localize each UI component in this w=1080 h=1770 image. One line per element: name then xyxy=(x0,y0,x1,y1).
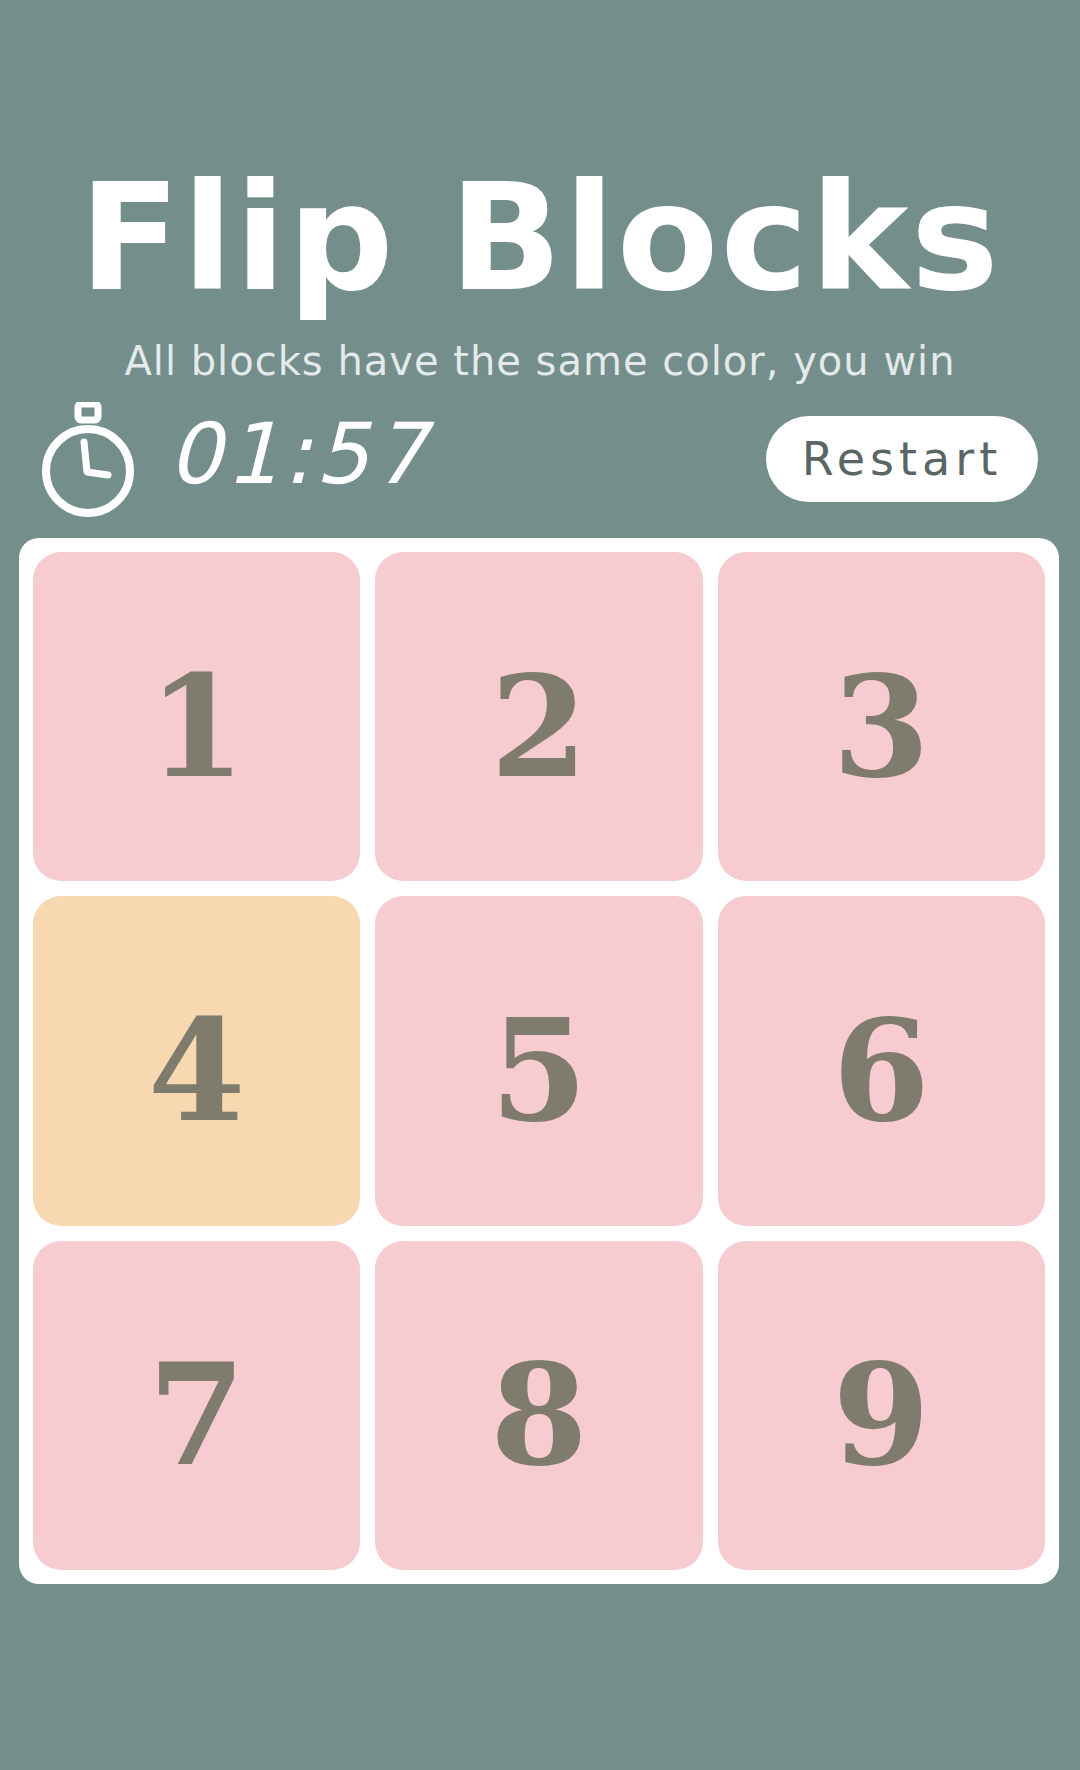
block-1[interactable]: 1 xyxy=(33,552,360,881)
block-4[interactable]: 4 xyxy=(33,896,360,1225)
hud-row: 01:57 Restart xyxy=(0,400,1080,520)
block-label: 6 xyxy=(833,1001,930,1141)
block-label: 5 xyxy=(490,1001,587,1141)
block-6[interactable]: 6 xyxy=(718,896,1045,1225)
block-7[interactable]: 7 xyxy=(33,1241,360,1570)
block-label: 3 xyxy=(833,657,930,797)
board-panel: 1 2 3 4 5 6 7 8 9 xyxy=(19,538,1059,1584)
stopwatch-icon xyxy=(42,402,134,520)
block-8[interactable]: 8 xyxy=(375,1241,702,1570)
block-2[interactable]: 2 xyxy=(375,552,702,881)
block-label: 8 xyxy=(490,1345,587,1485)
restart-button[interactable]: Restart xyxy=(766,416,1038,502)
page: { "game": "flip-blocks (color-matching f… xyxy=(0,0,1080,1770)
page-title: Flip Blocks xyxy=(0,150,1080,328)
block-label: 1 xyxy=(148,657,245,797)
block-5[interactable]: 5 xyxy=(375,896,702,1225)
block-label: 9 xyxy=(833,1345,930,1485)
block-label: 2 xyxy=(490,657,587,797)
block-9[interactable]: 9 xyxy=(718,1241,1045,1570)
page-subtitle: All blocks have the same color, you win xyxy=(0,338,1080,384)
block-3[interactable]: 3 xyxy=(718,552,1045,881)
block-label: 4 xyxy=(148,1001,245,1141)
block-label: 7 xyxy=(148,1345,245,1485)
timer-value: 01:57 xyxy=(168,408,430,500)
